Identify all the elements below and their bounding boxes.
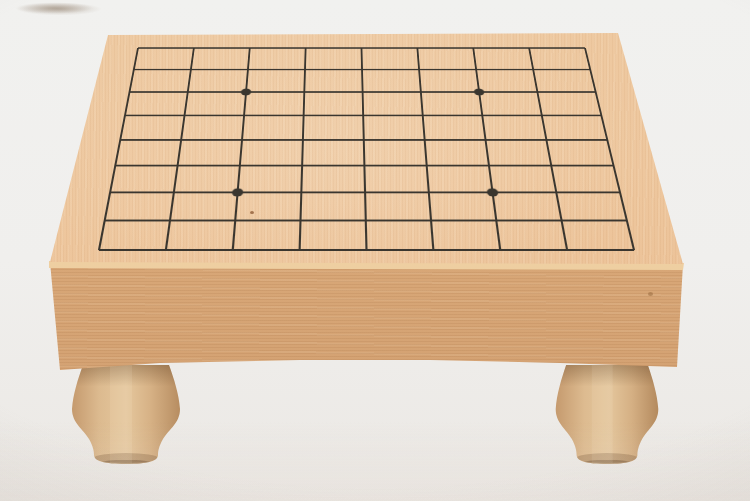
grid-line-horizontal [104, 219, 627, 221]
goban-photo-scene [0, 0, 750, 501]
star-point [486, 188, 498, 196]
goban-right-leg [550, 364, 664, 466]
star-point [474, 89, 485, 96]
right-leg-shadow [0, 0, 108, 16]
front-face-knot [648, 292, 653, 296]
grid-line-horizontal [99, 249, 634, 251]
grid-line-horizontal [120, 139, 607, 141]
wood-knot-speck [250, 211, 254, 214]
star-point [232, 188, 244, 196]
grid-line-horizontal [115, 165, 614, 167]
goban-left-leg [66, 364, 186, 466]
go-grid-plane [99, 48, 634, 250]
grid-line-horizontal [110, 191, 620, 193]
star-point [241, 89, 252, 96]
